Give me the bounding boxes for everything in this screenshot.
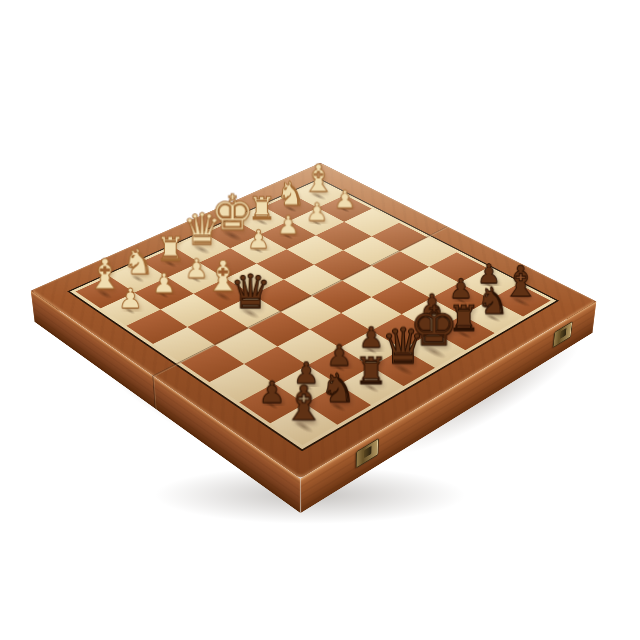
clasp-slot <box>560 328 567 339</box>
brass-clasp <box>553 321 573 348</box>
clasp-slot <box>364 446 371 458</box>
chess-box: ♝♟♞♟♜♟♚♟♛♜♟♟♞♝♟♝♟♝♞♟♛♟♜♚♟♛♟♜♟♞♟♝ <box>31 163 596 479</box>
bishop-glyph: ♝ <box>282 380 325 428</box>
queen-glyph: ♛ <box>230 268 272 315</box>
fold-seam-side <box>152 375 156 409</box>
brass-clasp <box>356 438 379 469</box>
rook-glyph: ♜ <box>355 352 388 389</box>
knight-glyph: ♞ <box>320 368 356 408</box>
pawn-glyph: ♟ <box>118 285 143 312</box>
knight-glyph: ♞ <box>476 283 509 320</box>
